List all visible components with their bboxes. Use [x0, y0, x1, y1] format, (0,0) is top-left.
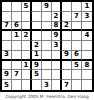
sudoku-cell-empty[interactable]: [42, 41, 52, 51]
sudoku-cell-empty[interactable]: [62, 31, 72, 41]
sudoku-cell-empty[interactable]: [82, 22, 92, 32]
sudoku-cell-given: 4: [82, 31, 92, 41]
sudoku-cell-given: 3: [52, 41, 62, 51]
sudoku-page: 591273768212942331961958975537 Copyright…: [0, 0, 94, 100]
sudoku-cell-given: 5: [2, 80, 12, 90]
sudoku-cell-empty[interactable]: [72, 2, 82, 12]
sudoku-cell-empty[interactable]: [62, 70, 72, 80]
sudoku-cell-empty[interactable]: [52, 2, 62, 12]
sudoku-cell-empty[interactable]: [42, 61, 52, 71]
sudoku-cell-empty[interactable]: [22, 80, 32, 90]
sudoku-cell-given: 6: [12, 22, 22, 32]
sudoku-cell-empty[interactable]: [42, 22, 52, 32]
sudoku-cell-empty[interactable]: [82, 41, 92, 51]
sudoku-cell-empty[interactable]: [22, 70, 32, 80]
sudoku-cell-empty[interactable]: [52, 80, 62, 90]
sudoku-cell-given: 8: [82, 61, 92, 71]
sudoku-cell-empty[interactable]: [82, 70, 92, 80]
sudoku-cell-empty[interactable]: [32, 22, 42, 32]
sudoku-cell-empty[interactable]: [22, 41, 32, 51]
sudoku-cell-empty[interactable]: [62, 2, 72, 12]
sudoku-cell-empty[interactable]: [32, 2, 42, 12]
sudoku-cell-given: 9: [42, 2, 52, 12]
sudoku-cell-empty[interactable]: [72, 70, 82, 80]
sudoku-board: 591273768212942331961958975537: [0, 0, 94, 92]
sudoku-cell-given: 7: [12, 70, 22, 80]
sudoku-cell-empty[interactable]: [12, 61, 22, 71]
sudoku-cell-given: 3: [42, 80, 52, 90]
sudoku-cell-empty[interactable]: [82, 80, 92, 90]
sudoku-cell-empty[interactable]: [12, 80, 22, 90]
sudoku-cell-given: 7: [62, 80, 72, 90]
sudoku-cell-given: 1: [32, 51, 42, 61]
sudoku-cell-given: 6: [72, 51, 82, 61]
sudoku-cell-empty[interactable]: [72, 31, 82, 41]
sudoku-cell-empty[interactable]: [42, 70, 52, 80]
sudoku-cell-empty[interactable]: [2, 2, 12, 12]
sudoku-cell-empty[interactable]: [32, 12, 42, 22]
sudoku-cell-empty[interactable]: [52, 51, 62, 61]
sudoku-cell-empty[interactable]: [82, 51, 92, 61]
sudoku-cell-given: 9: [52, 31, 62, 41]
sudoku-cell-empty[interactable]: [42, 51, 52, 61]
sudoku-cell-empty[interactable]: [12, 2, 22, 12]
sudoku-cell-given: 3: [82, 12, 92, 22]
sudoku-cell-given: 2: [22, 31, 32, 41]
sudoku-cell-given: 5: [72, 61, 82, 71]
sudoku-cell-empty[interactable]: [62, 61, 72, 71]
sudoku-cell-empty[interactable]: [42, 31, 52, 41]
sudoku-cell-given: 9: [2, 70, 12, 80]
sudoku-cell-given: 2: [62, 22, 72, 32]
sudoku-cell-empty[interactable]: [32, 31, 42, 41]
sudoku-cell-given: 7: [72, 12, 82, 22]
sudoku-cell-given: 3: [2, 51, 12, 61]
sudoku-cell-given: 5: [32, 70, 42, 80]
sudoku-cell-given: 1: [22, 61, 32, 71]
sudoku-cell-given: 7: [2, 22, 12, 32]
sudoku-cell-given: 5: [22, 2, 32, 12]
sudoku-cell-empty[interactable]: [22, 51, 32, 61]
sudoku-cell-empty[interactable]: [22, 22, 32, 32]
sudoku-cell-empty[interactable]: [72, 22, 82, 32]
sudoku-cell-empty[interactable]: [12, 41, 22, 51]
sudoku-cell-empty[interactable]: [2, 31, 12, 41]
sudoku-cell-empty[interactable]: [12, 51, 22, 61]
sudoku-cell-empty[interactable]: [2, 61, 12, 71]
sudoku-cell-given: 1: [12, 31, 22, 41]
sudoku-cell-empty[interactable]: [42, 12, 52, 22]
sudoku-cell-empty[interactable]: [32, 80, 42, 90]
copyright-text: Copyright 2005 M. Feenstra, Den Haag: [2, 92, 91, 100]
sudoku-cell-given: 8: [52, 22, 62, 32]
sudoku-cell-given: 9: [62, 51, 72, 61]
sudoku-cell-empty[interactable]: [72, 80, 82, 90]
sudoku-cell-given: 1: [82, 2, 92, 12]
sudoku-cell-empty[interactable]: [52, 70, 62, 80]
sudoku-cell-empty[interactable]: [52, 61, 62, 71]
sudoku-cell-given: 9: [32, 61, 42, 71]
sudoku-cell-empty[interactable]: [22, 12, 32, 22]
